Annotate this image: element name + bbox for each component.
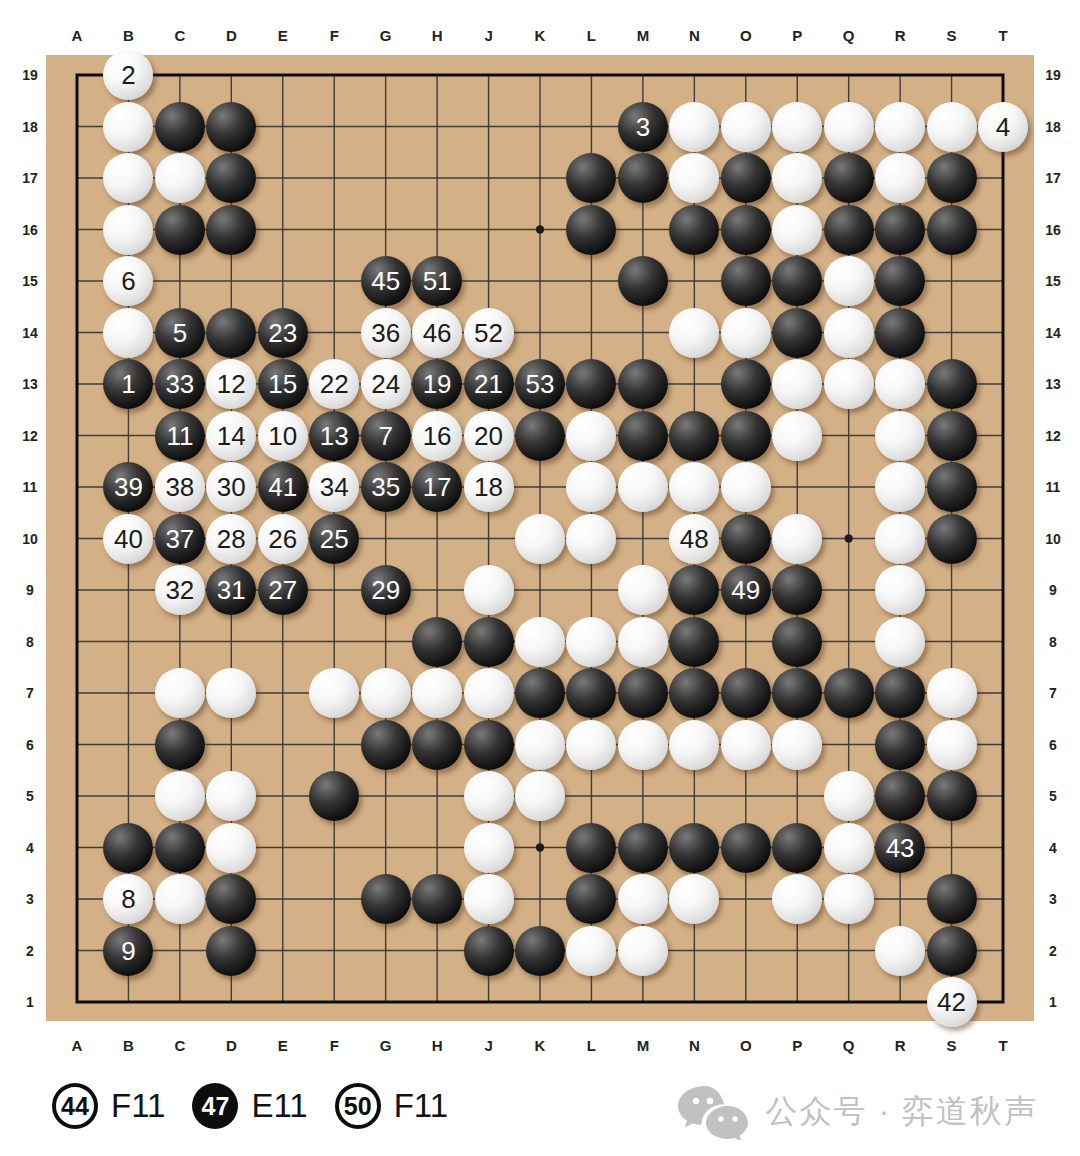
stone-M17 — [618, 153, 668, 203]
stone-L12 — [566, 411, 616, 461]
stone-E14: 23 — [258, 308, 308, 358]
stone-J14: 52 — [464, 308, 514, 358]
stone-H8 — [412, 617, 462, 667]
stone-C3 — [155, 874, 205, 924]
stone-D12: 14 — [206, 411, 256, 461]
stone-Q14 — [824, 308, 874, 358]
caption-coord-47: E11 — [251, 1087, 307, 1125]
stone-J3 — [464, 874, 514, 924]
stone-C5 — [155, 771, 205, 821]
stone-R11 — [875, 462, 925, 512]
stone-M3 — [618, 874, 668, 924]
stone-H15: 51 — [412, 256, 462, 306]
wechat-icon — [676, 1084, 750, 1140]
stone-N11 — [669, 462, 719, 512]
stone-D11: 30 — [206, 462, 256, 512]
caption-coord-44: F11 — [111, 1087, 165, 1125]
stone-D7 — [206, 668, 256, 718]
stone-P15 — [772, 256, 822, 306]
stone-L4 — [566, 823, 616, 873]
stone-P10 — [772, 514, 822, 564]
stone-N6 — [669, 720, 719, 770]
stone-H13: 19 — [412, 359, 462, 409]
stone-D10: 28 — [206, 514, 256, 564]
stone-M7 — [618, 668, 668, 718]
stone-F11: 34 — [309, 462, 359, 512]
stone-M15 — [618, 256, 668, 306]
stone-N3 — [669, 874, 719, 924]
stone-L7 — [566, 668, 616, 718]
stone-C11: 38 — [155, 462, 205, 512]
stone-S11 — [927, 462, 977, 512]
stone-R16 — [875, 205, 925, 255]
stone-N16 — [669, 205, 719, 255]
stone-L3 — [566, 874, 616, 924]
stone-E9: 27 — [258, 565, 308, 615]
stone-K5 — [515, 771, 565, 821]
caption-move-44: 44 — [52, 1083, 98, 1129]
stone-R7 — [875, 668, 925, 718]
stone-N9 — [669, 565, 719, 615]
stone-B3: 8 — [103, 874, 153, 924]
stone-R13 — [875, 359, 925, 409]
stone-O16 — [721, 205, 771, 255]
stone-S16 — [927, 205, 977, 255]
stone-H11: 17 — [412, 462, 462, 512]
stone-B16 — [103, 205, 153, 255]
stone-G13: 24 — [361, 359, 411, 409]
stone-S3 — [927, 874, 977, 924]
stone-F10: 25 — [309, 514, 359, 564]
stone-C14: 5 — [155, 308, 205, 358]
stone-R4: 43 — [875, 823, 925, 873]
stone-R15 — [875, 256, 925, 306]
stone-B15: 6 — [103, 256, 153, 306]
stone-G9: 29 — [361, 565, 411, 615]
move-caption: 44F1147E1150F11 — [52, 1080, 462, 1132]
stone-G14: 36 — [361, 308, 411, 358]
stone-M9 — [618, 565, 668, 615]
stone-R9 — [875, 565, 925, 615]
stone-J12: 20 — [464, 411, 514, 461]
stone-S17 — [927, 153, 977, 203]
stone-C4 — [155, 823, 205, 873]
stone-Q7 — [824, 668, 874, 718]
stone-Q5 — [824, 771, 874, 821]
stone-P6 — [772, 720, 822, 770]
go-diagram-page: AABBCCDDEEFFGGHHJJKKLLMMNNOOPPQQRRSSTT19… — [0, 0, 1080, 1156]
stone-N4 — [669, 823, 719, 873]
stone-Q13 — [824, 359, 874, 409]
stone-P13 — [772, 359, 822, 409]
stone-K2 — [515, 926, 565, 976]
stone-D5 — [206, 771, 256, 821]
stone-S12 — [927, 411, 977, 461]
stone-P12 — [772, 411, 822, 461]
stone-L16 — [566, 205, 616, 255]
stone-J6 — [464, 720, 514, 770]
stone-P16 — [772, 205, 822, 255]
stone-N8 — [669, 617, 719, 667]
stone-J5 — [464, 771, 514, 821]
stone-Q4 — [824, 823, 874, 873]
stone-Q18 — [824, 102, 874, 152]
stone-B4 — [103, 823, 153, 873]
caption-move-47: 47 — [192, 1083, 238, 1129]
stone-B13: 1 — [103, 359, 153, 409]
stone-H14: 46 — [412, 308, 462, 358]
stone-B11: 39 — [103, 462, 153, 512]
stone-O15 — [721, 256, 771, 306]
stone-D17 — [206, 153, 256, 203]
stone-O13 — [721, 359, 771, 409]
stone-R10 — [875, 514, 925, 564]
stone-G11: 35 — [361, 462, 411, 512]
caption-coord-50: F11 — [394, 1087, 448, 1125]
stone-G3 — [361, 874, 411, 924]
stone-B2: 9 — [103, 926, 153, 976]
stone-S1: 42 — [927, 977, 977, 1027]
stone-M18: 3 — [618, 102, 668, 152]
stone-D4 — [206, 823, 256, 873]
stone-O18 — [721, 102, 771, 152]
stone-Q3 — [824, 874, 874, 924]
stone-H7 — [412, 668, 462, 718]
stone-N17 — [669, 153, 719, 203]
stone-Q16 — [824, 205, 874, 255]
stone-E13: 15 — [258, 359, 308, 409]
watermark: 公众号 · 弈道秋声 — [676, 1086, 1038, 1138]
stone-K13: 53 — [515, 359, 565, 409]
stone-L11 — [566, 462, 616, 512]
stone-M12 — [618, 411, 668, 461]
stone-S6 — [927, 720, 977, 770]
stone-H3 — [412, 874, 462, 924]
stone-G12: 7 — [361, 411, 411, 461]
stone-S2 — [927, 926, 977, 976]
stone-R18 — [875, 102, 925, 152]
stone-R14 — [875, 308, 925, 358]
stone-P17 — [772, 153, 822, 203]
stone-F7 — [309, 668, 359, 718]
stone-T18: 4 — [978, 102, 1028, 152]
stone-J7 — [464, 668, 514, 718]
stone-C17 — [155, 153, 205, 203]
stone-S18 — [927, 102, 977, 152]
stone-C18 — [155, 102, 205, 152]
stone-K6 — [515, 720, 565, 770]
stone-R12 — [875, 411, 925, 461]
stone-E10: 26 — [258, 514, 308, 564]
stone-R2 — [875, 926, 925, 976]
stone-F13: 22 — [309, 359, 359, 409]
stone-C16 — [155, 205, 205, 255]
stone-J13: 21 — [464, 359, 514, 409]
stone-O12 — [721, 411, 771, 461]
stone-O10 — [721, 514, 771, 564]
stone-D9: 31 — [206, 565, 256, 615]
stone-M4 — [618, 823, 668, 873]
stone-O11 — [721, 462, 771, 512]
stone-O14 — [721, 308, 771, 358]
stone-C7 — [155, 668, 205, 718]
stone-M8 — [618, 617, 668, 667]
stone-E12: 10 — [258, 411, 308, 461]
stone-M13 — [618, 359, 668, 409]
stone-N10: 48 — [669, 514, 719, 564]
stone-Q15 — [824, 256, 874, 306]
stone-K7 — [515, 668, 565, 718]
stone-C6 — [155, 720, 205, 770]
stone-B19: 2 — [103, 50, 153, 100]
stone-D2 — [206, 926, 256, 976]
stone-B10: 40 — [103, 514, 153, 564]
stone-N7 — [669, 668, 719, 718]
stone-C10: 37 — [155, 514, 205, 564]
stone-D14 — [206, 308, 256, 358]
stone-G6 — [361, 720, 411, 770]
stone-P9 — [772, 565, 822, 615]
stone-J8 — [464, 617, 514, 667]
stone-O9: 49 — [721, 565, 771, 615]
stone-S10 — [927, 514, 977, 564]
stone-G7 — [361, 668, 411, 718]
stone-R17 — [875, 153, 925, 203]
watermark-text: 公众号 · 弈道秋声 — [766, 1090, 1038, 1134]
stone-L6 — [566, 720, 616, 770]
stone-N18 — [669, 102, 719, 152]
stone-O17 — [721, 153, 771, 203]
stone-L8 — [566, 617, 616, 667]
stone-P18 — [772, 102, 822, 152]
stone-P4 — [772, 823, 822, 873]
stone-H6 — [412, 720, 462, 770]
stone-J11: 18 — [464, 462, 514, 512]
stone-M6 — [618, 720, 668, 770]
stone-M11 — [618, 462, 668, 512]
stone-K12 — [515, 411, 565, 461]
stone-S5 — [927, 771, 977, 821]
stone-G15: 45 — [361, 256, 411, 306]
stone-L10 — [566, 514, 616, 564]
stone-J4 — [464, 823, 514, 873]
stone-C13: 33 — [155, 359, 205, 409]
stone-D3 — [206, 874, 256, 924]
stone-Q17 — [824, 153, 874, 203]
stone-K8 — [515, 617, 565, 667]
stone-F12: 13 — [309, 411, 359, 461]
stone-L17 — [566, 153, 616, 203]
stone-N12 — [669, 411, 719, 461]
stone-K10 — [515, 514, 565, 564]
stone-B14 — [103, 308, 153, 358]
caption-move-50: 50 — [335, 1083, 381, 1129]
stone-D18 — [206, 102, 256, 152]
stone-B18 — [103, 102, 153, 152]
stone-O6 — [721, 720, 771, 770]
stone-L2 — [566, 926, 616, 976]
stone-S7 — [927, 668, 977, 718]
stone-C12: 11 — [155, 411, 205, 461]
stone-P8 — [772, 617, 822, 667]
stone-S13 — [927, 359, 977, 409]
stone-O7 — [721, 668, 771, 718]
stones-layer: 2346455152336465213312152224192153111410… — [0, 0, 1080, 1156]
stone-P14 — [772, 308, 822, 358]
stone-D13: 12 — [206, 359, 256, 409]
stone-P3 — [772, 874, 822, 924]
stone-R5 — [875, 771, 925, 821]
stone-M2 — [618, 926, 668, 976]
stone-J9 — [464, 565, 514, 615]
stone-R6 — [875, 720, 925, 770]
stone-R8 — [875, 617, 925, 667]
stone-J2 — [464, 926, 514, 976]
stone-D16 — [206, 205, 256, 255]
stone-L13 — [566, 359, 616, 409]
stone-B17 — [103, 153, 153, 203]
stone-O4 — [721, 823, 771, 873]
stone-H12: 16 — [412, 411, 462, 461]
stone-P7 — [772, 668, 822, 718]
stone-E11: 41 — [258, 462, 308, 512]
stone-C9: 32 — [155, 565, 205, 615]
stone-N14 — [669, 308, 719, 358]
stone-F5 — [309, 771, 359, 821]
